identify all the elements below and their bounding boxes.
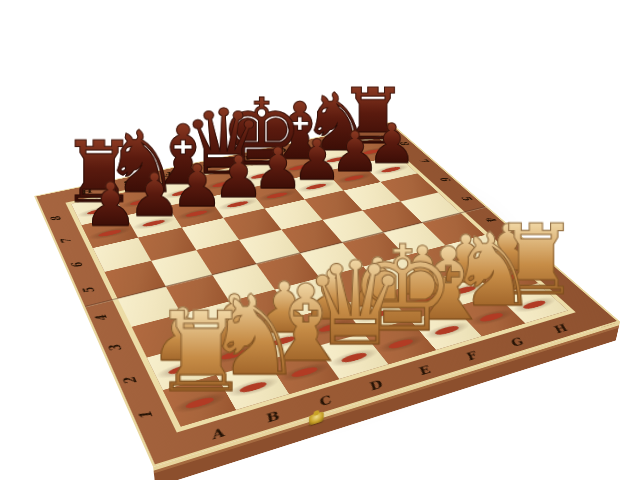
rank-label-6-right: 6 xyxy=(422,171,466,186)
black-pawn-glyph: ♟ xyxy=(43,177,179,234)
square-a1: ♜ xyxy=(163,375,236,426)
white-rook-glyph: ♜ xyxy=(116,300,287,405)
square-a7: ♟ xyxy=(82,215,138,247)
rank-label-5-right: 5 xyxy=(444,190,489,206)
photo-scene: ♜♞♝♛♚♝♞♜♟♟♟♟♟♟♟♟♟♟♟♟♟♟♟♟♜♞♝♛♚♝♞♜ ABCDEFG… xyxy=(0,0,640,480)
